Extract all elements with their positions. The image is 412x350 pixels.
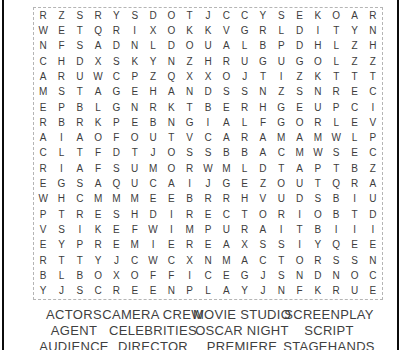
grid-cell-r1c9[interactable]: T — [181, 8, 199, 23]
grid-cell-r17c1[interactable]: R — [34, 253, 52, 268]
grid-cell-r10c10[interactable]: S — [199, 146, 217, 161]
grid-cell-r6c13[interactable]: N — [254, 85, 272, 100]
grid-cell-r2c10[interactable]: K — [199, 23, 217, 38]
grid-cell-r16c15[interactable]: I — [290, 238, 308, 253]
grid-cell-r11c1[interactable]: R — [34, 161, 52, 176]
grid-cell-r4c4[interactable]: X — [89, 54, 107, 69]
grid-cell-r16c3[interactable]: P — [71, 238, 89, 253]
grid-cell-r17c13[interactable]: C — [254, 253, 272, 268]
grid-cell-r8c15[interactable]: O — [290, 115, 308, 130]
grid-cell-r19c5[interactable]: R — [107, 284, 125, 299]
grid-cell-r9c7[interactable]: U — [144, 131, 162, 146]
grid-cell-r1c5[interactable]: Y — [107, 8, 125, 23]
grid-cell-r15c13[interactable]: A — [254, 222, 272, 237]
grid-cell-r19c3[interactable]: S — [71, 284, 89, 299]
grid-cell-r2c15[interactable]: D — [290, 23, 308, 38]
grid-cell-r12c9[interactable]: I — [181, 176, 199, 191]
grid-cell-r7c8[interactable]: K — [162, 100, 180, 115]
grid-cell-r1c14[interactable]: S — [272, 8, 290, 23]
grid-cell-r12c7[interactable]: C — [144, 176, 162, 191]
grid-cell-r4c15[interactable]: G — [290, 54, 308, 69]
grid-cell-r5c19[interactable]: T — [364, 69, 382, 84]
grid-cell-r19c18[interactable]: U — [345, 284, 363, 299]
grid-cell-r15c18[interactable]: I — [345, 222, 363, 237]
grid-cell-r14c10[interactable]: E — [199, 207, 217, 222]
grid-cell-r6c10[interactable]: D — [199, 85, 217, 100]
grid-cell-r4c1[interactable]: C — [34, 54, 52, 69]
grid-cell-r2c18[interactable]: Y — [345, 23, 363, 38]
grid-cell-r10c3[interactable]: T — [71, 146, 89, 161]
grid-cell-r3c17[interactable]: L — [327, 39, 345, 54]
grid-cell-r12c4[interactable]: A — [89, 176, 107, 191]
grid-cell-r16c1[interactable]: E — [34, 238, 52, 253]
grid-cell-r13c6[interactable]: M — [126, 192, 144, 207]
grid-cell-r10c17[interactable]: S — [327, 146, 345, 161]
grid-cell-r5c4[interactable]: W — [89, 69, 107, 84]
grid-cell-r18c14[interactable]: S — [272, 268, 290, 283]
grid-cell-r3c7[interactable]: L — [144, 39, 162, 54]
grid-cell-r19c16[interactable]: K — [309, 284, 327, 299]
grid-cell-r9c14[interactable]: M — [272, 131, 290, 146]
grid-cell-r13c9[interactable]: B — [181, 192, 199, 207]
grid-cell-r12c19[interactable]: A — [364, 176, 382, 191]
grid-cell-r1c17[interactable]: O — [327, 8, 345, 23]
grid-cell-r3c8[interactable]: D — [162, 39, 180, 54]
grid-cell-r12c8[interactable]: A — [162, 176, 180, 191]
grid-cell-r9c10[interactable]: C — [199, 131, 217, 146]
grid-cell-r19c11[interactable]: A — [217, 284, 235, 299]
grid-cell-r16c19[interactable]: E — [364, 238, 382, 253]
grid-cell-r2c9[interactable]: K — [181, 23, 199, 38]
grid-cell-r7c9[interactable]: T — [181, 100, 199, 115]
grid-cell-r17c2[interactable]: T — [52, 253, 70, 268]
grid-cell-r10c9[interactable]: S — [181, 146, 199, 161]
grid-cell-r1c19[interactable]: R — [364, 8, 382, 23]
grid-cell-r4c7[interactable]: Y — [144, 54, 162, 69]
grid-cell-r1c18[interactable]: A — [345, 8, 363, 23]
grid-cell-r7c5[interactable]: G — [107, 100, 125, 115]
grid-cell-r9c1[interactable]: A — [34, 131, 52, 146]
grid-cell-r3c19[interactable]: H — [364, 39, 382, 54]
grid-cell-r17c19[interactable]: N — [364, 253, 382, 268]
grid-cell-r5c11[interactable]: O — [217, 69, 235, 84]
grid-cell-r11c12[interactable]: L — [235, 161, 253, 176]
grid-cell-r13c3[interactable]: C — [71, 192, 89, 207]
grid-cell-r9c13[interactable]: A — [254, 131, 272, 146]
grid-cell-r10c13[interactable]: A — [254, 146, 272, 161]
grid-cell-r10c5[interactable]: D — [107, 146, 125, 161]
grid-cell-r16c10[interactable]: E — [199, 238, 217, 253]
grid-cell-r6c5[interactable]: G — [107, 85, 125, 100]
grid-cell-r14c8[interactable]: I — [162, 207, 180, 222]
grid-cell-r16c18[interactable]: E — [345, 238, 363, 253]
grid-cell-r15c17[interactable]: I — [327, 222, 345, 237]
grid-cell-r10c12[interactable]: B — [235, 146, 253, 161]
grid-cell-r9c4[interactable]: O — [89, 131, 107, 146]
grid-cell-r12c2[interactable]: G — [52, 176, 70, 191]
grid-cell-r12c18[interactable]: R — [345, 176, 363, 191]
grid-cell-r3c6[interactable]: N — [126, 39, 144, 54]
grid-cell-r3c10[interactable]: U — [199, 39, 217, 54]
grid-cell-r18c15[interactable]: N — [290, 268, 308, 283]
grid-cell-r5c6[interactable]: P — [126, 69, 144, 84]
grid-cell-r8c11[interactable]: A — [217, 115, 235, 130]
grid-cell-r4c5[interactable]: S — [107, 54, 125, 69]
grid-cell-r8c18[interactable]: E — [345, 115, 363, 130]
grid-cell-r8c9[interactable]: G — [181, 115, 199, 130]
grid-cell-r14c9[interactable]: R — [181, 207, 199, 222]
grid-cell-r11c16[interactable]: P — [309, 161, 327, 176]
grid-cell-r18c5[interactable]: X — [107, 268, 125, 283]
grid-cell-r14c14[interactable]: R — [272, 207, 290, 222]
grid-cell-r15c8[interactable]: I — [162, 222, 180, 237]
grid-cell-r16c2[interactable]: Y — [52, 238, 70, 253]
grid-cell-r17c16[interactable]: R — [309, 253, 327, 268]
grid-cell-r15c5[interactable]: E — [107, 222, 125, 237]
grid-cell-r9c17[interactable]: W — [327, 131, 345, 146]
grid-cell-r5c13[interactable]: T — [254, 69, 272, 84]
grid-cell-r11c9[interactable]: R — [181, 161, 199, 176]
grid-cell-r4c3[interactable]: D — [71, 54, 89, 69]
grid-cell-r10c11[interactable]: B — [217, 146, 235, 161]
grid-cell-r3c3[interactable]: S — [71, 39, 89, 54]
grid-cell-r19c13[interactable]: J — [254, 284, 272, 299]
grid-cell-r6c16[interactable]: N — [309, 85, 327, 100]
grid-cell-r8c2[interactable]: B — [52, 115, 70, 130]
grid-cell-r10c15[interactable]: M — [290, 146, 308, 161]
grid-cell-r17c5[interactable]: J — [107, 253, 125, 268]
grid-cell-r14c17[interactable]: B — [327, 207, 345, 222]
grid-cell-r17c17[interactable]: S — [327, 253, 345, 268]
grid-cell-r17c3[interactable]: T — [71, 253, 89, 268]
grid-cell-r14c12[interactable]: T — [235, 207, 253, 222]
grid-cell-r8c14[interactable]: G — [272, 115, 290, 130]
grid-cell-r6c11[interactable]: S — [217, 85, 235, 100]
grid-cell-r5c16[interactable]: K — [309, 69, 327, 84]
grid-cell-r17c10[interactable]: N — [199, 253, 217, 268]
grid-cell-r9c18[interactable]: L — [345, 131, 363, 146]
grid-cell-r18c1[interactable]: B — [34, 268, 52, 283]
grid-cell-r5c8[interactable]: Q — [162, 69, 180, 84]
grid-cell-r18c11[interactable]: E — [217, 268, 235, 283]
grid-cell-r14c15[interactable]: I — [290, 207, 308, 222]
grid-cell-r3c18[interactable]: Z — [345, 39, 363, 54]
grid-cell-r16c13[interactable]: S — [254, 238, 272, 253]
grid-cell-r13c16[interactable]: S — [309, 192, 327, 207]
grid-cell-r15c2[interactable]: S — [52, 222, 70, 237]
grid-cell-r17c7[interactable]: W — [144, 253, 162, 268]
grid-cell-r13c11[interactable]: R — [217, 192, 235, 207]
grid-cell-r15c6[interactable]: F — [126, 222, 144, 237]
grid-cell-r14c11[interactable]: C — [217, 207, 235, 222]
grid-cell-r18c10[interactable]: C — [199, 268, 217, 283]
grid-cell-r18c12[interactable]: G — [235, 268, 253, 283]
grid-cell-r4c11[interactable]: R — [217, 54, 235, 69]
grid-cell-r6c17[interactable]: R — [327, 85, 345, 100]
grid-cell-r6c2[interactable]: S — [52, 85, 70, 100]
grid-cell-r12c3[interactable]: S — [71, 176, 89, 191]
grid-cell-r9c11[interactable]: A — [217, 131, 235, 146]
grid-cell-r14c16[interactable]: O — [309, 207, 327, 222]
grid-cell-r5c5[interactable]: C — [107, 69, 125, 84]
grid-cell-r17c15[interactable]: O — [290, 253, 308, 268]
grid-cell-r4c17[interactable]: L — [327, 54, 345, 69]
grid-cell-r15c9[interactable]: M — [181, 222, 199, 237]
grid-cell-r16c12[interactable]: X — [235, 238, 253, 253]
grid-cell-r19c9[interactable]: P — [181, 284, 199, 299]
grid-cell-r6c7[interactable]: H — [144, 85, 162, 100]
grid-cell-r15c16[interactable]: B — [309, 222, 327, 237]
grid-cell-r4c2[interactable]: H — [52, 54, 70, 69]
grid-cell-r1c8[interactable]: O — [162, 8, 180, 23]
grid-cell-r17c6[interactable]: C — [126, 253, 144, 268]
grid-cell-r17c8[interactable]: C — [162, 253, 180, 268]
grid-cell-r13c19[interactable]: U — [364, 192, 382, 207]
grid-cell-r8c17[interactable]: L — [327, 115, 345, 130]
grid-cell-r7c1[interactable]: E — [34, 100, 52, 115]
grid-cell-r18c17[interactable]: N — [327, 268, 345, 283]
grid-cell-r11c7[interactable]: M — [144, 161, 162, 176]
grid-cell-r13c7[interactable]: E — [144, 192, 162, 207]
grid-cell-r4c10[interactable]: H — [199, 54, 217, 69]
grid-cell-r1c2[interactable]: Z — [52, 8, 70, 23]
grid-cell-r2c5[interactable]: R — [107, 23, 125, 38]
grid-cell-r18c9[interactable]: I — [181, 268, 199, 283]
grid-cell-r16c6[interactable]: M — [126, 238, 144, 253]
grid-cell-r7c10[interactable]: B — [199, 100, 217, 115]
grid-cell-r16c17[interactable]: Q — [327, 238, 345, 253]
grid-cell-r10c7[interactable]: J — [144, 146, 162, 161]
grid-cell-r10c2[interactable]: L — [52, 146, 70, 161]
grid-cell-r18c8[interactable]: F — [162, 268, 180, 283]
grid-cell-r8c13[interactable]: F — [254, 115, 272, 130]
grid-cell-r19c7[interactable]: E — [144, 284, 162, 299]
grid-cell-r19c12[interactable]: Y — [235, 284, 253, 299]
grid-cell-r4c8[interactable]: N — [162, 54, 180, 69]
grid-cell-r8c7[interactable]: B — [144, 115, 162, 130]
grid-cell-r2c12[interactable]: G — [235, 23, 253, 38]
grid-cell-r6c14[interactable]: Z — [272, 85, 290, 100]
grid-cell-r17c12[interactable]: A — [235, 253, 253, 268]
grid-cell-r13c12[interactable]: H — [235, 192, 253, 207]
grid-cell-r9c3[interactable]: A — [71, 131, 89, 146]
grid-cell-r18c18[interactable]: O — [345, 268, 363, 283]
grid-cell-r16c4[interactable]: R — [89, 238, 107, 253]
grid-cell-r14c6[interactable]: H — [126, 207, 144, 222]
grid-cell-r19c1[interactable]: Y — [34, 284, 52, 299]
grid-cell-r2c17[interactable]: T — [327, 23, 345, 38]
grid-cell-r16c9[interactable]: R — [181, 238, 199, 253]
grid-cell-r12c15[interactable]: U — [290, 176, 308, 191]
grid-cell-r7c2[interactable]: P — [52, 100, 70, 115]
grid-cell-r1c11[interactable]: C — [217, 8, 235, 23]
grid-cell-r3c4[interactable]: A — [89, 39, 107, 54]
grid-cell-r10c4[interactable]: F — [89, 146, 107, 161]
grid-cell-r11c19[interactable]: Z — [364, 161, 382, 176]
grid-cell-r4c18[interactable]: Z — [345, 54, 363, 69]
grid-cell-r1c6[interactable]: S — [126, 8, 144, 23]
grid-cell-r9c15[interactable]: A — [290, 131, 308, 146]
grid-cell-r8c4[interactable]: K — [89, 115, 107, 130]
grid-cell-r16c8[interactable]: E — [162, 238, 180, 253]
grid-cell-r10c8[interactable]: O — [162, 146, 180, 161]
grid-cell-r15c11[interactable]: U — [217, 222, 235, 237]
grid-cell-r19c15[interactable]: F — [290, 284, 308, 299]
grid-cell-r11c6[interactable]: U — [126, 161, 144, 176]
grid-cell-r5c2[interactable]: R — [52, 69, 70, 84]
grid-cell-r7c4[interactable]: L — [89, 100, 107, 115]
grid-cell-r4c16[interactable]: O — [309, 54, 327, 69]
grid-cell-r9c9[interactable]: V — [181, 131, 199, 146]
grid-cell-r4c12[interactable]: U — [235, 54, 253, 69]
grid-cell-r11c13[interactable]: D — [254, 161, 272, 176]
grid-cell-r8c19[interactable]: V — [364, 115, 382, 130]
grid-cell-r11c4[interactable]: F — [89, 161, 107, 176]
grid-cell-r3c2[interactable]: F — [52, 39, 70, 54]
grid-cell-r11c18[interactable]: B — [345, 161, 363, 176]
grid-cell-r3c16[interactable]: H — [309, 39, 327, 54]
grid-cell-r1c10[interactable]: J — [199, 8, 217, 23]
grid-cell-r11c8[interactable]: O — [162, 161, 180, 176]
grid-cell-r14c3[interactable]: R — [71, 207, 89, 222]
grid-cell-r15c1[interactable]: V — [34, 222, 52, 237]
grid-cell-r11c14[interactable]: T — [272, 161, 290, 176]
grid-cell-r9c2[interactable]: I — [52, 131, 70, 146]
grid-cell-r12c6[interactable]: U — [126, 176, 144, 191]
grid-cell-r11c10[interactable]: W — [199, 161, 217, 176]
grid-cell-r5c14[interactable]: I — [272, 69, 290, 84]
grid-cell-r15c12[interactable]: R — [235, 222, 253, 237]
grid-cell-r6c3[interactable]: T — [71, 85, 89, 100]
grid-cell-r3c5[interactable]: D — [107, 39, 125, 54]
grid-cell-r3c13[interactable]: B — [254, 39, 272, 54]
grid-cell-r18c2[interactable]: L — [52, 268, 70, 283]
grid-cell-r13c1[interactable]: W — [34, 192, 52, 207]
grid-cell-r12c14[interactable]: O — [272, 176, 290, 191]
grid-cell-r13c5[interactable]: M — [107, 192, 125, 207]
grid-cell-r19c8[interactable]: N — [162, 284, 180, 299]
grid-cell-r5c12[interactable]: J — [235, 69, 253, 84]
grid-cell-r16c7[interactable]: I — [144, 238, 162, 253]
grid-cell-r3c9[interactable]: O — [181, 39, 199, 54]
grid-cell-r2c3[interactable]: T — [71, 23, 89, 38]
grid-cell-r1c3[interactable]: S — [71, 8, 89, 23]
grid-cell-r11c17[interactable]: T — [327, 161, 345, 176]
grid-cell-r19c17[interactable]: R — [327, 284, 345, 299]
grid-cell-r8c12[interactable]: L — [235, 115, 253, 130]
grid-cell-r11c2[interactable]: I — [52, 161, 70, 176]
grid-cell-r6c19[interactable]: C — [364, 85, 382, 100]
grid-cell-r5c3[interactable]: U — [71, 69, 89, 84]
grid-cell-r12c10[interactable]: J — [199, 176, 217, 191]
grid-cell-r11c15[interactable]: A — [290, 161, 308, 176]
grid-cell-r12c16[interactable]: T — [309, 176, 327, 191]
grid-cell-r10c16[interactable]: W — [309, 146, 327, 161]
grid-cell-r15c19[interactable]: I — [364, 222, 382, 237]
grid-cell-r16c11[interactable]: A — [217, 238, 235, 253]
grid-cell-r6c4[interactable]: A — [89, 85, 107, 100]
grid-cell-r15c15[interactable]: T — [290, 222, 308, 237]
grid-cell-r6c6[interactable]: E — [126, 85, 144, 100]
grid-cell-r18c7[interactable]: F — [144, 268, 162, 283]
grid-cell-r7c14[interactable]: G — [272, 100, 290, 115]
grid-cell-r16c14[interactable]: S — [272, 238, 290, 253]
grid-cell-r8c6[interactable]: E — [126, 115, 144, 130]
grid-cell-r9c8[interactable]: T — [162, 131, 180, 146]
grid-cell-r14c19[interactable]: D — [364, 207, 382, 222]
grid-cell-r5c10[interactable]: X — [199, 69, 217, 84]
grid-cell-r15c14[interactable]: I — [272, 222, 290, 237]
grid-cell-r18c4[interactable]: O — [89, 268, 107, 283]
grid-cell-r14c5[interactable]: S — [107, 207, 125, 222]
grid-cell-r18c6[interactable]: O — [126, 268, 144, 283]
grid-cell-r1c13[interactable]: Y — [254, 8, 272, 23]
grid-cell-r1c16[interactable]: K — [309, 8, 327, 23]
grid-cell-r13c14[interactable]: U — [272, 192, 290, 207]
grid-cell-r14c7[interactable]: D — [144, 207, 162, 222]
grid-cell-r8c3[interactable]: R — [71, 115, 89, 130]
grid-cell-r16c16[interactable]: Y — [309, 238, 327, 253]
grid-cell-r4c14[interactable]: U — [272, 54, 290, 69]
grid-cell-r4c6[interactable]: K — [126, 54, 144, 69]
grid-cell-r14c2[interactable]: T — [52, 207, 70, 222]
grid-cell-r9c19[interactable]: P — [364, 131, 382, 146]
grid-cell-r6c9[interactable]: N — [181, 85, 199, 100]
grid-cell-r1c15[interactable]: E — [290, 8, 308, 23]
grid-cell-r19c2[interactable]: J — [52, 284, 70, 299]
grid-cell-r1c12[interactable]: C — [235, 8, 253, 23]
grid-cell-r17c4[interactable]: Y — [89, 253, 107, 268]
grid-cell-r2c7[interactable]: X — [144, 23, 162, 38]
grid-cell-r9c6[interactable]: O — [126, 131, 144, 146]
grid-cell-r17c9[interactable]: X — [181, 253, 199, 268]
grid-cell-r14c18[interactable]: T — [345, 207, 363, 222]
grid-cell-r15c3[interactable]: I — [71, 222, 89, 237]
grid-cell-r6c18[interactable]: E — [345, 85, 363, 100]
grid-cell-r5c7[interactable]: Z — [144, 69, 162, 84]
grid-cell-r17c11[interactable]: M — [217, 253, 235, 268]
grid-cell-r14c4[interactable]: E — [89, 207, 107, 222]
grid-cell-r6c8[interactable]: A — [162, 85, 180, 100]
grid-cell-r5c9[interactable]: X — [181, 69, 199, 84]
grid-cell-r2c2[interactable]: E — [52, 23, 70, 38]
grid-cell-r2c4[interactable]: Q — [89, 23, 107, 38]
grid-cell-r9c5[interactable]: F — [107, 131, 125, 146]
grid-cell-r4c13[interactable]: G — [254, 54, 272, 69]
grid-cell-r2c1[interactable]: W — [34, 23, 52, 38]
grid-cell-r15c7[interactable]: W — [144, 222, 162, 237]
grid-cell-r7c12[interactable]: R — [235, 100, 253, 115]
grid-cell-r12c11[interactable]: G — [217, 176, 235, 191]
grid-cell-r4c19[interactable]: Z — [364, 54, 382, 69]
grid-cell-r1c1[interactable]: R — [34, 8, 52, 23]
grid-cell-r7c16[interactable]: U — [309, 100, 327, 115]
grid-cell-r13c15[interactable]: D — [290, 192, 308, 207]
grid-cell-r3c1[interactable]: N — [34, 39, 52, 54]
grid-cell-r19c6[interactable]: E — [126, 284, 144, 299]
grid-cell-r19c10[interactable]: L — [199, 284, 217, 299]
grid-cell-r12c12[interactable]: E — [235, 176, 253, 191]
grid-cell-r5c1[interactable]: A — [34, 69, 52, 84]
grid-cell-r13c10[interactable]: R — [199, 192, 217, 207]
grid-cell-r3c14[interactable]: P — [272, 39, 290, 54]
grid-cell-r7c11[interactable]: E — [217, 100, 235, 115]
grid-cell-r7c6[interactable]: N — [126, 100, 144, 115]
grid-cell-r7c3[interactable]: B — [71, 100, 89, 115]
grid-cell-r15c10[interactable]: P — [199, 222, 217, 237]
grid-cell-r13c4[interactable]: M — [89, 192, 107, 207]
grid-cell-r11c11[interactable]: M — [217, 161, 235, 176]
